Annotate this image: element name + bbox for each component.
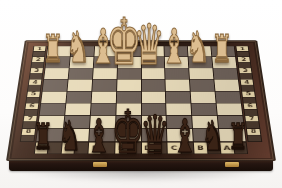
square-h2	[46, 57, 70, 68]
square-g2	[70, 57, 94, 68]
square-h6	[40, 103, 66, 115]
rank-label-right-8: 8	[247, 129, 260, 135]
square-g8	[63, 129, 89, 142]
border-spacer	[246, 122, 259, 128]
square-b1	[188, 46, 211, 56]
square-d4	[141, 80, 165, 91]
square-b6	[192, 103, 217, 115]
rank-label-right-3: 3	[239, 68, 251, 73]
square-d3	[141, 68, 164, 79]
border-spacer	[26, 97, 39, 103]
file-label-A: A	[220, 143, 233, 154]
border-spacer	[31, 63, 43, 68]
square-b2	[189, 57, 213, 68]
square-d5	[141, 91, 165, 103]
square-f8	[89, 129, 115, 142]
border-spacer	[28, 85, 41, 90]
rank-label-left-8: 8	[22, 129, 35, 135]
square-c6	[167, 103, 192, 115]
rank-label-right-6: 6	[244, 103, 257, 109]
rank-label-left-6: 6	[25, 103, 38, 109]
file-label-C: C	[168, 143, 181, 154]
rank-label-left-5: 5	[27, 91, 40, 96]
square-e2	[117, 57, 140, 68]
square-a6	[217, 103, 243, 115]
rank-label-right-1: 1	[236, 46, 248, 51]
square-f4	[92, 80, 116, 91]
file-label-D: D	[141, 143, 153, 154]
border-spacer	[21, 135, 34, 141]
square-g3	[68, 68, 92, 79]
square-f3	[93, 68, 117, 79]
square-a1	[211, 46, 235, 56]
square-g1	[71, 46, 94, 56]
square-h8	[36, 129, 62, 142]
square-f6	[91, 103, 116, 115]
border-spacer	[181, 143, 194, 154]
hinge-icon-left	[93, 162, 107, 167]
border-spacer	[243, 97, 256, 103]
rank-label-left-7: 7	[24, 116, 37, 122]
square-e4	[117, 80, 141, 91]
rank-label-right-5: 5	[242, 91, 255, 96]
square-d2	[141, 57, 164, 68]
border-spacer	[23, 122, 36, 128]
border-spacer	[30, 74, 42, 79]
square-e8	[115, 129, 140, 142]
border-spacer	[33, 52, 45, 57]
square-a3	[213, 68, 237, 79]
square-b7	[192, 116, 218, 128]
rank-label-left-3: 3	[30, 68, 42, 73]
hinge-icon-right	[225, 162, 239, 167]
square-e5	[116, 91, 140, 103]
square-f7	[90, 116, 115, 128]
chess-board: 12345678 12345678 HGFEDCBA	[6, 40, 276, 161]
file-labels-bottom: HGFEDCBA	[34, 142, 248, 154]
square-e7	[116, 116, 141, 128]
square-c7	[167, 116, 192, 128]
square-g7	[64, 116, 90, 128]
square-e1	[118, 46, 141, 56]
rank-label-right-7: 7	[245, 116, 258, 122]
square-c8	[167, 129, 193, 142]
square-h5	[41, 91, 66, 103]
border-spacer	[240, 74, 252, 79]
border-spacer	[102, 143, 115, 154]
square-g6	[65, 103, 90, 115]
square-d1	[141, 46, 164, 56]
border-spacer	[207, 143, 220, 154]
board-grid	[35, 46, 246, 142]
square-d7	[141, 116, 166, 128]
border-spacer	[248, 135, 261, 141]
square-b3	[189, 68, 213, 79]
border-spacer	[128, 143, 140, 154]
square-h4	[43, 80, 68, 91]
square-g5	[66, 91, 91, 103]
file-label-H: H	[35, 143, 49, 154]
square-h3	[44, 68, 68, 79]
square-f2	[94, 57, 117, 68]
border-spacer	[244, 110, 257, 116]
square-d6	[141, 103, 166, 115]
square-f5	[91, 91, 115, 103]
file-label-B: B	[194, 143, 207, 154]
rank-label-left-4: 4	[29, 80, 42, 85]
square-a2	[212, 57, 236, 68]
square-a8	[219, 129, 245, 142]
square-c3	[165, 68, 189, 79]
square-b5	[191, 91, 216, 103]
rank-label-right-4: 4	[241, 80, 254, 85]
square-f1	[94, 46, 117, 56]
square-e6	[116, 103, 141, 115]
border-spacer	[238, 63, 250, 68]
file-label-G: G	[62, 143, 75, 154]
square-h7	[38, 116, 64, 128]
border-spacer	[241, 85, 254, 90]
border-spacer	[155, 143, 168, 154]
square-g4	[67, 80, 91, 91]
product-photo-scene: 12345678 12345678 HGFEDCBA ♜♞♝♚♛♝♞♜♜♞♝♚♛…	[0, 0, 282, 188]
square-b4	[190, 80, 214, 91]
square-e3	[117, 68, 140, 79]
square-c4	[166, 80, 190, 91]
border-spacer	[75, 143, 88, 154]
square-a7	[218, 116, 244, 128]
border-spacer	[48, 143, 61, 154]
square-a5	[216, 91, 241, 103]
rank-label-right-2: 2	[238, 57, 250, 62]
rank-label-left-2: 2	[32, 57, 44, 62]
border-spacer	[237, 52, 249, 57]
rank-label-left-1: 1	[34, 46, 46, 51]
square-c2	[165, 57, 188, 68]
square-d8	[141, 129, 166, 142]
file-label-E: E	[115, 143, 128, 154]
square-c1	[165, 46, 188, 56]
border-spacer	[234, 143, 248, 154]
square-b8	[193, 129, 219, 142]
border-spacer	[25, 110, 38, 116]
file-label-F: F	[88, 143, 101, 154]
square-c5	[166, 91, 190, 103]
square-h1	[47, 46, 71, 56]
square-a4	[214, 80, 239, 91]
